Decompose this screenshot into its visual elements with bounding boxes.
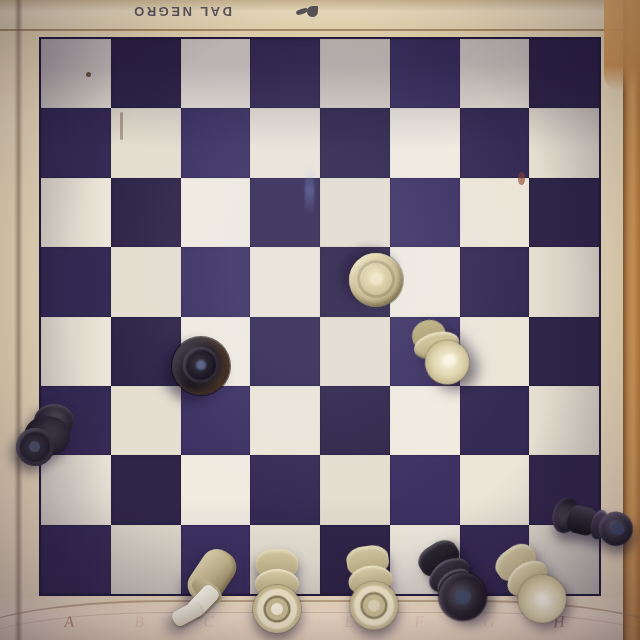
square-d2[interactable] bbox=[250, 455, 320, 524]
black-pawn-c4[interactable]: ♟ bbox=[172, 337, 230, 395]
square-g3[interactable] bbox=[460, 386, 530, 455]
white-knight-c1[interactable]: ♘ bbox=[168, 548, 240, 632]
square-e8[interactable] bbox=[320, 39, 390, 108]
white-pawn-d1[interactable]: ♙ bbox=[249, 549, 305, 635]
brand-logo: DAL NEGRO bbox=[84, 1, 328, 21]
square-e4[interactable] bbox=[320, 317, 390, 386]
square-g8[interactable] bbox=[460, 39, 530, 108]
square-h3[interactable] bbox=[529, 386, 599, 455]
square-a5[interactable] bbox=[41, 247, 111, 316]
square-d5[interactable] bbox=[250, 247, 320, 316]
square-g2[interactable] bbox=[460, 455, 530, 524]
square-c7[interactable] bbox=[181, 108, 251, 177]
square-c3[interactable] bbox=[181, 386, 251, 455]
square-f6[interactable] bbox=[390, 178, 460, 247]
square-a8[interactable] bbox=[41, 39, 111, 108]
white-pawn-e1[interactable]: ♙ bbox=[338, 542, 405, 635]
square-a6[interactable] bbox=[41, 178, 111, 247]
square-g6[interactable] bbox=[460, 178, 530, 247]
square-f8[interactable] bbox=[390, 39, 460, 108]
square-f3[interactable] bbox=[390, 386, 460, 455]
white-pawn-e5[interactable]: ♙ bbox=[349, 253, 403, 307]
square-b3[interactable] bbox=[111, 386, 181, 455]
wood-blue-streak bbox=[305, 166, 314, 214]
square-f7[interactable] bbox=[390, 108, 460, 177]
wood-scratch bbox=[120, 112, 123, 140]
wood-blemish bbox=[86, 72, 91, 77]
frame-left-seam bbox=[14, 0, 23, 640]
square-a4[interactable] bbox=[41, 317, 111, 386]
square-d4[interactable] bbox=[250, 317, 320, 386]
square-d3[interactable] bbox=[250, 386, 320, 455]
black-pawn-a3[interactable]: ♟ bbox=[16, 404, 80, 470]
square-h4[interactable] bbox=[529, 317, 599, 386]
square-e3[interactable] bbox=[320, 386, 390, 455]
square-g5[interactable] bbox=[460, 247, 530, 316]
square-e7[interactable] bbox=[320, 108, 390, 177]
square-g7[interactable] bbox=[460, 108, 530, 177]
square-h5[interactable] bbox=[529, 247, 599, 316]
square-a7[interactable] bbox=[41, 108, 111, 177]
square-a1[interactable] bbox=[41, 525, 111, 594]
square-f2[interactable] bbox=[390, 455, 460, 524]
square-e2[interactable] bbox=[320, 455, 390, 524]
square-b8[interactable] bbox=[111, 39, 181, 108]
square-b5[interactable] bbox=[111, 247, 181, 316]
square-h6[interactable] bbox=[529, 178, 599, 247]
square-b2[interactable] bbox=[111, 455, 181, 524]
photo-stage: DAL NEGRO ABCDEFGH ♙♙♟♟♟♘♙♙♟♙ bbox=[0, 0, 640, 640]
square-c5[interactable] bbox=[181, 247, 251, 316]
square-c2[interactable] bbox=[181, 455, 251, 524]
wood-edge-corner bbox=[604, 0, 640, 92]
chess-board[interactable] bbox=[39, 37, 601, 596]
wood-red-mark bbox=[518, 172, 525, 185]
square-h7[interactable] bbox=[529, 108, 599, 177]
square-b6[interactable] bbox=[111, 178, 181, 247]
brand-mark-icon bbox=[294, 4, 320, 19]
square-c8[interactable] bbox=[181, 39, 251, 108]
square-d8[interactable] bbox=[250, 39, 320, 108]
square-e6[interactable] bbox=[320, 178, 390, 247]
brand-text: DAL NEGRO bbox=[132, 4, 232, 19]
square-h8[interactable] bbox=[529, 39, 599, 108]
square-c6[interactable] bbox=[181, 178, 251, 247]
square-b4[interactable] bbox=[111, 317, 181, 386]
